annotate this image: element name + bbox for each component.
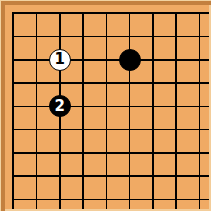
grid-line-vertical-9 bbox=[199, 12, 201, 209]
grid-line-vertical-5 bbox=[106, 12, 108, 209]
board-left-highlight bbox=[0, 0, 1, 211]
grid-line-horizontal-8 bbox=[12, 175, 209, 177]
grid-line-horizontal-5 bbox=[12, 106, 209, 108]
stone-black bbox=[119, 49, 141, 71]
grid-line-horizontal-6 bbox=[12, 129, 209, 131]
grid-line-horizontal-4 bbox=[12, 82, 209, 84]
board-top-highlight bbox=[0, 0, 211, 1]
stone-move-number: 1 bbox=[55, 52, 65, 67]
grid-line-horizontal-1 bbox=[12, 12, 209, 14]
grid-line-vertical-6 bbox=[129, 12, 131, 209]
board-bottom-crop-edge bbox=[0, 209, 211, 211]
stone-move-number: 2 bbox=[55, 98, 65, 113]
stone-black-2: 2 bbox=[49, 95, 71, 117]
grid-line-horizontal-3 bbox=[12, 59, 209, 61]
grid-line-vertical-1 bbox=[12, 12, 14, 209]
grid-line-vertical-2 bbox=[36, 12, 38, 209]
stone-white-1: 1 bbox=[49, 49, 71, 71]
grid-line-horizontal-7 bbox=[12, 152, 209, 154]
board-left-bevel bbox=[1, 1, 5, 211]
board-right-crop-edge bbox=[209, 0, 211, 211]
grid-line-horizontal-2 bbox=[12, 36, 209, 38]
grid-line-vertical-4 bbox=[82, 12, 84, 209]
board-top-bevel bbox=[0, 1, 211, 5]
go-board-corner-diagram: 12 bbox=[0, 0, 211, 211]
grid-line-horizontal-9 bbox=[12, 199, 209, 201]
grid-line-vertical-8 bbox=[175, 12, 177, 209]
grid-line-vertical-7 bbox=[152, 12, 154, 209]
